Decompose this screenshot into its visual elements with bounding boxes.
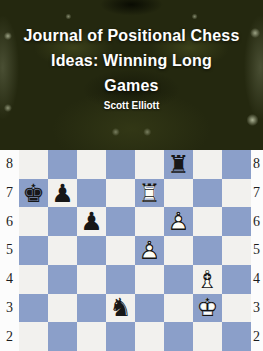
square-d7	[106, 179, 135, 208]
square-b3	[48, 294, 77, 323]
rank-label-right-5: 5	[251, 236, 263, 265]
black-king-a7: ♚	[19, 179, 48, 208]
square-d6	[106, 207, 135, 236]
square-e5: ♟♙	[135, 236, 164, 265]
square-a8	[19, 150, 48, 179]
rank-label-left-4: 4	[0, 265, 19, 294]
square-g4: ♝♗	[193, 265, 222, 294]
square-e7: ♜♖	[135, 179, 164, 208]
square-c4	[77, 265, 106, 294]
rank-label-right-4: 4	[251, 265, 263, 294]
rank-label-left-6: 6	[0, 207, 19, 236]
square-b8	[48, 150, 77, 179]
black-rook-f8: ♜	[164, 150, 193, 179]
book-cover-page: Journal of Positional Chess Ideas: Winni…	[0, 0, 263, 351]
rank-label-left-2: 2	[0, 322, 19, 351]
square-d2	[106, 322, 135, 351]
white-bishop-g4: ♝♗	[193, 265, 222, 294]
square-g7	[193, 179, 222, 208]
white-rook-e7: ♜♖	[135, 179, 164, 208]
cover-art-top: Journal of Positional Chess Ideas: Winni…	[0, 0, 263, 150]
square-h6	[222, 207, 251, 236]
square-h2	[222, 322, 251, 351]
black-pawn-b7: ♟	[48, 179, 77, 208]
black-pawn-c6: ♟	[77, 207, 106, 236]
square-f5	[164, 236, 193, 265]
square-g3: ♚♔	[193, 294, 222, 323]
square-g2	[193, 322, 222, 351]
white-king-g3: ♚♔	[193, 294, 222, 323]
square-b7: ♟	[48, 179, 77, 208]
white-pawn-f6-outline-layer: ♙	[164, 207, 193, 236]
square-c3	[77, 294, 106, 323]
square-a3	[19, 294, 48, 323]
square-e2	[135, 322, 164, 351]
square-b2	[48, 322, 77, 351]
square-g5	[193, 236, 222, 265]
square-h5	[222, 236, 251, 265]
square-c6: ♟	[77, 207, 106, 236]
black-knight-d3: ♞	[106, 294, 135, 323]
square-h3	[222, 294, 251, 323]
square-d4	[106, 265, 135, 294]
square-e3	[135, 294, 164, 323]
rank-label-left-5: 5	[0, 236, 19, 265]
white-king-g3-outline-layer: ♔	[193, 294, 222, 323]
white-pawn-e5: ♟♙	[135, 236, 164, 265]
rank-label-right-3: 3	[251, 294, 263, 323]
square-f2	[164, 322, 193, 351]
square-a5	[19, 236, 48, 265]
white-rook-e7-outline-layer: ♖	[135, 179, 164, 208]
square-e6	[135, 207, 164, 236]
square-e8	[135, 150, 164, 179]
rank-label-left-7: 7	[0, 179, 19, 208]
square-c5	[77, 236, 106, 265]
square-h7	[222, 179, 251, 208]
rank-label-left-3: 3	[0, 294, 19, 323]
square-f8: ♜	[164, 150, 193, 179]
square-a4	[19, 265, 48, 294]
square-g8	[193, 150, 222, 179]
square-h4	[222, 265, 251, 294]
square-c2	[77, 322, 106, 351]
square-c7	[77, 179, 106, 208]
rank-label-right-7: 7	[251, 179, 263, 208]
square-b6	[48, 207, 77, 236]
title-line-3: Games	[0, 73, 263, 98]
square-f4	[164, 265, 193, 294]
white-pawn-f6: ♟♙	[164, 207, 193, 236]
white-bishop-g4-outline-layer: ♗	[193, 265, 222, 294]
square-d5	[106, 236, 135, 265]
square-d8	[106, 150, 135, 179]
square-c8	[77, 150, 106, 179]
square-a2	[19, 322, 48, 351]
square-b5	[48, 236, 77, 265]
square-f3	[164, 294, 193, 323]
title-line-2: Ideas: Winning Long	[0, 48, 263, 73]
square-f6: ♟♙	[164, 207, 193, 236]
white-pawn-e5-outline-layer: ♙	[135, 236, 164, 265]
rank-label-left-8: 8	[0, 150, 19, 179]
square-a6	[19, 207, 48, 236]
square-e4	[135, 265, 164, 294]
author-name: Scott Elliott	[0, 99, 263, 112]
rank-label-right-2: 2	[251, 322, 263, 351]
chess-board: 8♜87♚♟♜♖76♟♟♙65♟♙54♝♗43♞♚♔322	[0, 150, 263, 351]
square-d3: ♞	[106, 294, 135, 323]
square-a7: ♚	[19, 179, 48, 208]
square-g6	[193, 207, 222, 236]
title-line-1: Journal of Positional Chess	[0, 23, 263, 48]
square-f7	[164, 179, 193, 208]
square-h8	[222, 150, 251, 179]
rank-label-right-8: 8	[251, 150, 263, 179]
square-b4	[48, 265, 77, 294]
rank-label-right-6: 6	[251, 207, 263, 236]
book-title: Journal of Positional Chess Ideas: Winni…	[0, 0, 263, 98]
